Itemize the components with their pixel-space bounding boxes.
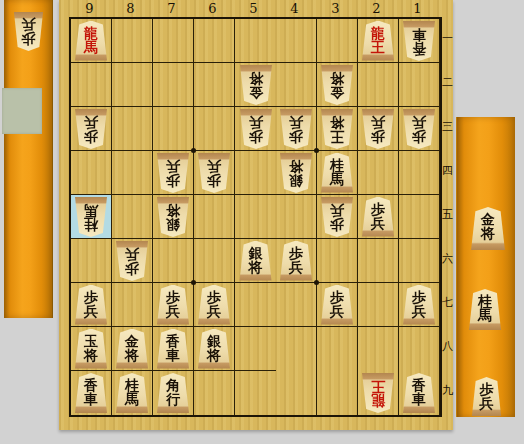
- square-5-9[interactable]: [235, 371, 276, 415]
- piece-歩兵-gote[interactable]: 歩兵: [402, 109, 436, 149]
- square-4-7[interactable]: [276, 283, 317, 327]
- square-6-6[interactable]: [194, 239, 235, 283]
- file-label-5: 5: [233, 0, 274, 17]
- square-6-5[interactable]: [194, 195, 235, 239]
- square-9-1[interactable]: 龍馬: [71, 19, 112, 63]
- piece-歩兵-gote[interactable]: 歩兵: [13, 12, 44, 51]
- square-1-5[interactable]: [399, 195, 440, 239]
- square-5-4[interactable]: [235, 151, 276, 195]
- square-4-3[interactable]: 歩兵: [276, 107, 317, 151]
- square-8-1[interactable]: [112, 19, 153, 63]
- square-3-6[interactable]: [317, 239, 358, 283]
- piece-香車-sente[interactable]: 香車: [74, 373, 108, 413]
- file-label-6: 6: [192, 0, 233, 17]
- square-8-7[interactable]: [112, 283, 153, 327]
- piece-歩兵-sente[interactable]: 歩兵: [320, 285, 354, 325]
- square-7-2[interactable]: [153, 63, 194, 107]
- square-8-9[interactable]: 桂馬: [112, 371, 153, 415]
- square-3-3[interactable]: 王将: [317, 107, 358, 151]
- square-9-7[interactable]: 歩兵: [71, 283, 112, 327]
- square-5-8[interactable]: [235, 327, 276, 371]
- square-2-2[interactable]: [358, 63, 399, 107]
- square-5-1[interactable]: [235, 19, 276, 63]
- square-3-5[interactable]: 歩兵: [317, 195, 358, 239]
- piece-歩兵-gote[interactable]: 歩兵: [115, 241, 149, 281]
- square-3-4[interactable]: 桂馬: [317, 151, 358, 195]
- shogi-board: 987654321 一二三四五六七八九 龍馬龍王香車金将金将歩兵歩兵歩兵王将歩兵…: [59, 0, 453, 430]
- piece-歩兵-gote[interactable]: 歩兵: [74, 109, 108, 149]
- square-5-6[interactable]: 銀将: [235, 239, 276, 283]
- square-2-4[interactable]: [358, 151, 399, 195]
- piece-歩兵-sente[interactable]: 歩兵: [361, 197, 395, 237]
- square-8-2[interactable]: [112, 63, 153, 107]
- board-grid: 龍馬龍王香車金将金将歩兵歩兵歩兵王将歩兵歩兵歩兵歩兵銀将桂馬桂馬銀将歩兵歩兵歩兵…: [69, 17, 442, 417]
- square-8-3[interactable]: [112, 107, 153, 151]
- square-8-6[interactable]: 歩兵: [112, 239, 153, 283]
- sente-hand-stand: 金将桂馬歩兵: [456, 117, 515, 417]
- square-6-9[interactable]: [194, 371, 235, 415]
- square-4-6[interactable]: 歩兵: [276, 239, 317, 283]
- square-4-2[interactable]: [276, 63, 317, 107]
- square-5-7[interactable]: [235, 283, 276, 327]
- piece-香車-gote[interactable]: 香車: [402, 21, 436, 61]
- square-7-6[interactable]: [153, 239, 194, 283]
- hoshi-dot: [191, 148, 196, 153]
- square-2-5[interactable]: 歩兵: [358, 195, 399, 239]
- piece-桂馬-gote[interactable]: 桂馬: [74, 197, 108, 237]
- piece-玉将-sente[interactable]: 玉将: [74, 329, 108, 369]
- square-8-8[interactable]: 金将: [112, 327, 153, 371]
- square-6-3[interactable]: [194, 107, 235, 151]
- file-label-4: 4: [274, 0, 315, 17]
- piece-金将-gote[interactable]: 金将: [320, 65, 354, 105]
- piece-金将-gote[interactable]: 金将: [239, 65, 273, 105]
- square-2-1[interactable]: 龍王: [358, 19, 399, 63]
- square-3-1[interactable]: [317, 19, 358, 63]
- hoshi-dot: [314, 280, 319, 285]
- square-2-9[interactable]: 龍王: [358, 371, 399, 415]
- rank-label-1: 一: [441, 17, 454, 61]
- square-9-6[interactable]: [71, 239, 112, 283]
- file-label-3: 3: [315, 0, 356, 17]
- square-4-5[interactable]: [276, 195, 317, 239]
- square-1-1[interactable]: 香車: [399, 19, 440, 63]
- piece-歩兵-sente[interactable]: 歩兵: [156, 285, 190, 325]
- square-9-3[interactable]: 歩兵: [71, 107, 112, 151]
- square-6-7[interactable]: 歩兵: [194, 283, 235, 327]
- piece-桂馬-sente[interactable]: 桂馬: [115, 373, 149, 413]
- shogi-app: { "game": "shogi", "position": { "sfen":…: [0, 0, 524, 444]
- piece-歩兵-gote[interactable]: 歩兵: [361, 109, 395, 149]
- square-7-1[interactable]: [153, 19, 194, 63]
- piece-歩兵-gote[interactable]: 歩兵: [279, 109, 313, 149]
- square-7-3[interactable]: [153, 107, 194, 151]
- square-3-7[interactable]: 歩兵: [317, 283, 358, 327]
- square-7-7[interactable]: 歩兵: [153, 283, 194, 327]
- square-9-5[interactable]: 桂馬: [71, 195, 112, 239]
- square-4-4[interactable]: 銀将: [276, 151, 317, 195]
- hoshi-dot: [191, 280, 196, 285]
- square-1-2[interactable]: [399, 63, 440, 107]
- rank-label-7: 七: [441, 281, 454, 325]
- piece-龍馬-sente[interactable]: 龍馬: [74, 21, 108, 61]
- piece-歩兵-gote[interactable]: 歩兵: [320, 197, 354, 237]
- square-1-9[interactable]: 香車: [399, 371, 440, 415]
- square-7-9[interactable]: 角行: [153, 371, 194, 415]
- piece-龍王-sente[interactable]: 龍王: [361, 21, 395, 61]
- rank-label-8: 八: [441, 325, 454, 369]
- square-6-4[interactable]: 歩兵: [194, 151, 235, 195]
- piece-歩兵-gote[interactable]: 歩兵: [239, 109, 273, 149]
- piece-桂馬-sente[interactable]: 桂馬: [320, 153, 354, 193]
- piece-桂馬-sente[interactable]: 桂馬: [468, 289, 502, 330]
- rank-label-6: 六: [441, 237, 454, 281]
- square-7-4[interactable]: 歩兵: [153, 151, 194, 195]
- piece-銀将-gote[interactable]: 銀将: [279, 153, 313, 193]
- piece-王将-gote[interactable]: 王将: [320, 109, 354, 149]
- square-4-9[interactable]: [276, 371, 317, 415]
- piece-金将-sente[interactable]: 金将: [470, 207, 506, 250]
- piece-銀将-sente[interactable]: 銀将: [197, 329, 231, 369]
- piece-歩兵-sente[interactable]: 歩兵: [74, 285, 108, 325]
- square-5-5[interactable]: [235, 195, 276, 239]
- square-7-5[interactable]: 銀将: [153, 195, 194, 239]
- square-9-4[interactable]: [71, 151, 112, 195]
- square-6-8[interactable]: 銀将: [194, 327, 235, 371]
- piece-歩兵-sente[interactable]: 歩兵: [402, 285, 436, 325]
- rank-label-9: 九: [441, 369, 454, 413]
- square-5-2[interactable]: 金将: [235, 63, 276, 107]
- square-5-3[interactable]: 歩兵: [235, 107, 276, 151]
- square-3-9[interactable]: [317, 371, 358, 415]
- square-2-7[interactable]: [358, 283, 399, 327]
- square-2-6[interactable]: [358, 239, 399, 283]
- file-label-8: 8: [110, 0, 151, 17]
- piece-龍王-gote[interactable]: 龍王: [361, 373, 395, 413]
- square-6-2[interactable]: [194, 63, 235, 107]
- piece-香車-sente[interactable]: 香車: [156, 329, 190, 369]
- piece-歩兵-gote[interactable]: 歩兵: [156, 153, 190, 193]
- rank-label-4: 四: [441, 149, 454, 193]
- piece-香車-sente[interactable]: 香車: [402, 373, 436, 413]
- piece-歩兵-gote[interactable]: 歩兵: [197, 153, 231, 193]
- square-1-7[interactable]: 歩兵: [399, 283, 440, 327]
- square-4-8[interactable]: [276, 327, 317, 371]
- hoshi-dot: [314, 148, 319, 153]
- square-8-4[interactable]: [112, 151, 153, 195]
- rank-labels: 一二三四五六七八九: [441, 17, 454, 413]
- file-label-1: 1: [397, 0, 438, 17]
- square-1-8[interactable]: [399, 327, 440, 371]
- piece-歩兵-sente[interactable]: 歩兵: [279, 241, 313, 281]
- piece-銀将-sente[interactable]: 銀将: [239, 241, 273, 281]
- square-3-2[interactable]: 金将: [317, 63, 358, 107]
- square-3-8[interactable]: [317, 327, 358, 371]
- square-1-6[interactable]: [399, 239, 440, 283]
- piece-金将-sente[interactable]: 金将: [115, 329, 149, 369]
- file-label-2: 2: [356, 0, 397, 17]
- square-4-1[interactable]: [276, 19, 317, 63]
- piece-銀将-gote[interactable]: 銀将: [156, 197, 190, 237]
- rank-label-2: 二: [441, 61, 454, 105]
- piece-角行-sente[interactable]: 角行: [156, 373, 190, 413]
- square-9-8[interactable]: 玉将: [71, 327, 112, 371]
- square-6-1[interactable]: [194, 19, 235, 63]
- square-1-4[interactable]: [399, 151, 440, 195]
- square-1-3[interactable]: 歩兵: [399, 107, 440, 151]
- square-7-8[interactable]: 香車: [153, 327, 194, 371]
- file-label-9: 9: [69, 0, 110, 17]
- file-label-7: 7: [151, 0, 192, 17]
- square-8-5[interactable]: [112, 195, 153, 239]
- rank-label-3: 三: [441, 105, 454, 149]
- square-9-2[interactable]: [71, 63, 112, 107]
- piece-歩兵-sente[interactable]: 歩兵: [197, 285, 231, 325]
- stand-highlight-patch: [2, 88, 42, 134]
- square-2-3[interactable]: 歩兵: [358, 107, 399, 151]
- square-9-9[interactable]: 香車: [71, 371, 112, 415]
- piece-歩兵-sente[interactable]: 歩兵: [471, 377, 502, 416]
- gote-hand-stand: 歩兵: [4, 0, 53, 318]
- square-2-8[interactable]: [358, 327, 399, 371]
- file-labels: 987654321: [69, 0, 438, 17]
- rank-label-5: 五: [441, 193, 454, 237]
